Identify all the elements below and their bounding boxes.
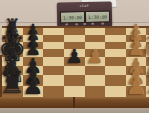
- chess-clock: LEAP 1:30:00 1:30:00: [57, 1, 113, 27]
- clock-brand-label: LEAP: [57, 4, 112, 8]
- clock-time-right: 1:30:00: [88, 14, 107, 19]
- clock-button[interactable]: [75, 23, 78, 25]
- clock-button[interactable]: [91, 23, 94, 25]
- square-b5[interactable]: [64, 35, 85, 42]
- square-h5[interactable]: [64, 86, 85, 98]
- black-pawn-e5[interactable]: ♟: [65, 47, 83, 67]
- square-g6[interactable]: [43, 75, 64, 86]
- clock-button[interactable]: [83, 23, 86, 25]
- square-h6[interactable]: [43, 86, 64, 98]
- square-h3[interactable]: [105, 86, 126, 98]
- square-g5[interactable]: [64, 75, 85, 86]
- white-rook-h1[interactable]: ♜: [143, 68, 149, 98]
- clock-display-left: 1:30:00: [60, 11, 85, 24]
- board-fold-seam: [73, 97, 75, 108]
- clock-button[interactable]: [101, 23, 104, 25]
- white-pawn-e4[interactable]: ♟: [86, 47, 104, 67]
- square-b3[interactable]: [105, 35, 126, 42]
- square-e6[interactable]: [43, 57, 64, 66]
- square-g3[interactable]: [105, 75, 126, 86]
- square-e3[interactable]: [105, 57, 126, 66]
- square-g4[interactable]: [85, 75, 106, 86]
- square-b4[interactable]: [85, 35, 106, 42]
- square-f6[interactable]: [43, 66, 64, 76]
- square-d6[interactable]: [43, 49, 64, 57]
- square-d3[interactable]: [105, 49, 126, 57]
- clock-display-right: 1:30:00: [85, 10, 110, 23]
- square-h4[interactable]: [85, 86, 106, 98]
- chess-photo-scene: LEAP 1:30:00 1:30:00 ♜♞♝♛♚♝♞♜♟♟♟♟♟♟♟♟♟♟♟…: [0, 0, 149, 113]
- square-c3[interactable]: [105, 42, 126, 50]
- clock-time-left: 1:30:00: [63, 15, 82, 20]
- square-b6[interactable]: [43, 35, 64, 42]
- square-f3[interactable]: [105, 66, 126, 76]
- square-c6[interactable]: [43, 42, 64, 50]
- table-surface: [0, 108, 149, 113]
- black-pawn-h7[interactable]: ♟: [22, 75, 43, 99]
